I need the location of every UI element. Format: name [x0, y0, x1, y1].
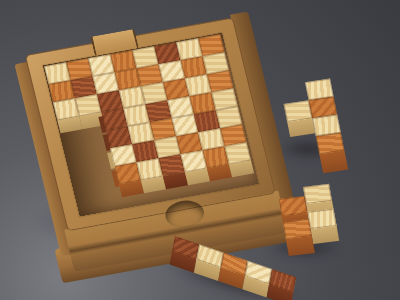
background	[0, 0, 400, 300]
piece-cube[interactable]	[283, 219, 312, 239]
piece-cube[interactable]	[284, 100, 313, 122]
piece-cube[interactable]	[316, 133, 345, 155]
piece-cube[interactable]	[307, 208, 336, 228]
board-cube-r6c7[interactable]	[225, 142, 251, 164]
puzzle-box	[26, 19, 274, 230]
piece-cube[interactable]	[279, 196, 308, 216]
piece-cube[interactable]	[303, 184, 332, 204]
board-grid	[44, 34, 255, 210]
